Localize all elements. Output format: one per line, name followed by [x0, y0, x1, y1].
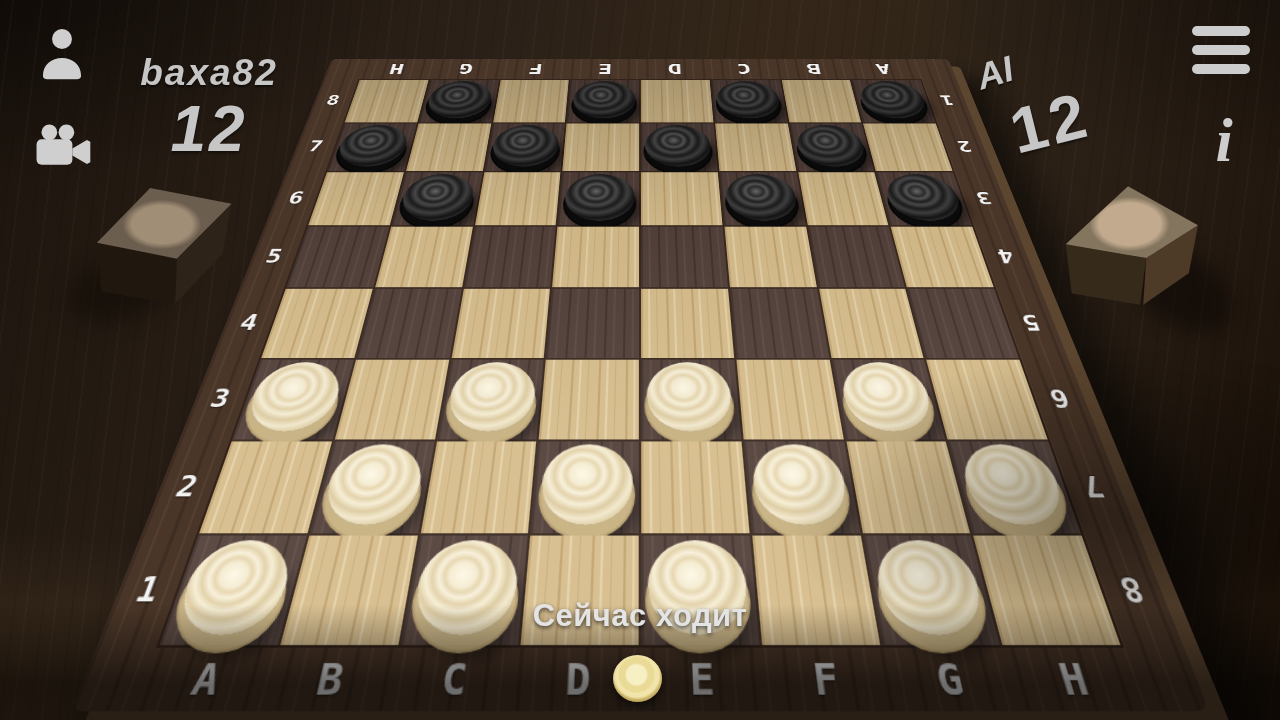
- piece-black-e7[interactable]: [645, 125, 712, 167]
- square-c3[interactable]: [437, 359, 544, 439]
- piece-black-a7[interactable]: [334, 125, 412, 167]
- square-b3[interactable]: [335, 359, 449, 439]
- square-c4[interactable]: [451, 289, 550, 358]
- piece-black-b6[interactable]: [398, 174, 477, 221]
- square-f2[interactable]: [743, 441, 859, 534]
- piece-black-h6[interactable]: [882, 174, 966, 221]
- right-piece-tray: [1052, 180, 1204, 306]
- square-b8[interactable]: [419, 80, 499, 123]
- info-icon[interactable]: i: [1202, 108, 1246, 172]
- square-d6[interactable]: [558, 172, 639, 225]
- square-e7[interactable]: [641, 123, 718, 171]
- square-c6[interactable]: [475, 172, 561, 225]
- square-a5[interactable]: [286, 227, 389, 287]
- files-top: HGFEDCBA: [359, 59, 922, 79]
- piece-white-c3[interactable]: [444, 362, 538, 431]
- coord-label-F: F: [499, 59, 571, 79]
- square-f3[interactable]: [736, 359, 843, 439]
- piece-black-g7[interactable]: [794, 125, 868, 167]
- square-d8[interactable]: [567, 80, 639, 123]
- square-e2[interactable]: [641, 441, 749, 534]
- square-g8[interactable]: [781, 80, 861, 123]
- coord-label-A: A: [846, 59, 922, 79]
- coord-label-C: C: [387, 648, 519, 711]
- coord-label-G: G: [429, 59, 503, 79]
- square-a6[interactable]: [308, 172, 404, 225]
- piece-black-d6[interactable]: [563, 174, 634, 221]
- coord-label-E: E: [570, 59, 640, 79]
- coord-label-A: A: [133, 648, 277, 711]
- square-c5[interactable]: [464, 227, 556, 287]
- coord-label-H: H: [359, 59, 435, 79]
- menu-bar: [1192, 64, 1250, 74]
- piece-white-d2[interactable]: [538, 444, 633, 525]
- square-d7[interactable]: [563, 123, 640, 171]
- coord-label-H: H: [1003, 648, 1147, 711]
- piece-black-h8[interactable]: [856, 81, 929, 118]
- turn-indicator-white-piece: [613, 655, 662, 702]
- coord-label-D: D: [640, 59, 710, 79]
- square-a7[interactable]: [327, 123, 416, 171]
- piece-white-h2[interactable]: [955, 444, 1071, 525]
- piece-black-c7[interactable]: [490, 125, 561, 167]
- square-f7[interactable]: [715, 123, 796, 171]
- square-b5[interactable]: [375, 227, 472, 287]
- square-g6[interactable]: [798, 172, 889, 225]
- square-g7[interactable]: [789, 123, 874, 171]
- player-score-left: 12: [104, 92, 314, 166]
- coord-label-F: F: [761, 648, 893, 711]
- square-b2[interactable]: [310, 441, 435, 534]
- square-b4[interactable]: [356, 289, 461, 358]
- turn-banner: Сейчас ходит: [0, 598, 1280, 634]
- square-g5[interactable]: [808, 227, 905, 287]
- square-a8[interactable]: [345, 80, 429, 123]
- piece-white-b2[interactable]: [318, 444, 427, 525]
- square-b6[interactable]: [391, 172, 482, 225]
- piece-white-f2[interactable]: [750, 444, 852, 525]
- square-d3[interactable]: [539, 359, 639, 439]
- player-name-left: baxa82: [104, 52, 314, 94]
- coord-label-C: C: [709, 59, 781, 79]
- square-f6[interactable]: [719, 172, 805, 225]
- board-scene: HGFEDCBA ABCDEFGH 87654321 12345678: [240, 0, 1040, 688]
- square-c2[interactable]: [420, 441, 536, 534]
- square-e8[interactable]: [641, 80, 713, 123]
- piece-black-d8[interactable]: [572, 81, 635, 118]
- square-h8[interactable]: [852, 80, 936, 123]
- square-g3[interactable]: [831, 359, 945, 439]
- piece-black-b8[interactable]: [424, 81, 494, 118]
- left-piece-tray: [88, 183, 236, 305]
- square-h6[interactable]: [876, 172, 972, 225]
- menu-icon[interactable]: [1192, 26, 1250, 74]
- coord-label-G: G: [882, 648, 1020, 711]
- square-e5[interactable]: [641, 227, 728, 287]
- menu-bar: [1192, 45, 1250, 55]
- square-d5[interactable]: [552, 227, 639, 287]
- profile-icon[interactable]: [36, 22, 88, 82]
- square-b7[interactable]: [406, 123, 491, 171]
- square-f8[interactable]: [711, 80, 787, 123]
- square-f5[interactable]: [724, 227, 816, 287]
- piece-white-e3[interactable]: [647, 362, 734, 431]
- coord-label-B: B: [777, 59, 851, 79]
- square-c7[interactable]: [484, 123, 565, 171]
- square-h7[interactable]: [863, 123, 952, 171]
- checkers-app-screen: { "game": "checkers", "app": { "players"…: [0, 0, 1280, 720]
- menu-bar: [1192, 26, 1250, 36]
- piece-black-f6[interactable]: [724, 174, 799, 221]
- square-e6[interactable]: [641, 172, 722, 225]
- piece-white-g3[interactable]: [838, 362, 938, 431]
- square-e3[interactable]: [641, 359, 741, 439]
- square-d4[interactable]: [546, 289, 639, 358]
- video-camera-icon[interactable]: [34, 122, 92, 170]
- square-c8[interactable]: [493, 80, 569, 123]
- square-e4[interactable]: [641, 289, 734, 358]
- piece-black-f8[interactable]: [715, 81, 782, 118]
- coord-label-B: B: [260, 648, 398, 711]
- piece-white-a3[interactable]: [241, 362, 347, 431]
- square-f4[interactable]: [730, 289, 829, 358]
- square-d2[interactable]: [531, 441, 639, 534]
- square-g4[interactable]: [819, 289, 924, 358]
